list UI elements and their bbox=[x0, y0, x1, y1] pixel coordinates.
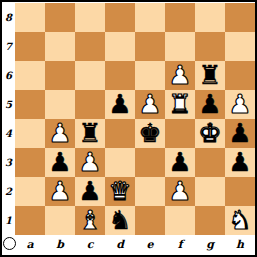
square-d3[interactable] bbox=[105, 148, 135, 177]
square-f8[interactable] bbox=[165, 3, 195, 32]
piece-white-pawn[interactable]: ♟ bbox=[78, 148, 101, 177]
square-b2[interactable]: ♟ bbox=[45, 177, 75, 206]
square-g5[interactable]: ♟ bbox=[195, 90, 225, 119]
piece-white-queen[interactable]: ♛ bbox=[108, 177, 131, 206]
square-b5[interactable] bbox=[45, 90, 75, 119]
piece-white-rook[interactable]: ♜ bbox=[168, 90, 191, 119]
square-d4[interactable] bbox=[105, 119, 135, 148]
piece-white-pawn[interactable]: ♟ bbox=[138, 90, 161, 119]
rank-label-8: 8 bbox=[2, 3, 15, 32]
square-e7[interactable] bbox=[135, 32, 165, 61]
square-g3[interactable] bbox=[195, 148, 225, 177]
piece-white-bishop[interactable]: ♝ bbox=[78, 206, 101, 235]
piece-black-king[interactable]: ♚ bbox=[138, 119, 161, 148]
square-g4[interactable]: ♚ bbox=[195, 119, 225, 148]
rank-label-6: 6 bbox=[2, 61, 15, 90]
square-c6[interactable] bbox=[75, 61, 105, 90]
piece-white-pawn[interactable]: ♟ bbox=[168, 61, 191, 90]
square-h4[interactable]: ♟ bbox=[225, 119, 255, 148]
file-label-f: f bbox=[165, 236, 195, 253]
piece-black-pawn[interactable]: ♟ bbox=[48, 148, 71, 177]
piece-black-pawn[interactable]: ♟ bbox=[198, 90, 221, 119]
square-h6[interactable] bbox=[225, 61, 255, 90]
square-g1[interactable] bbox=[195, 206, 225, 235]
file-label-e: e bbox=[135, 236, 165, 253]
piece-white-pawn[interactable]: ♟ bbox=[48, 177, 71, 206]
square-f3[interactable]: ♟ bbox=[165, 148, 195, 177]
square-e5[interactable]: ♟ bbox=[135, 90, 165, 119]
square-h8[interactable] bbox=[225, 3, 255, 32]
square-d5[interactable]: ♟ bbox=[105, 90, 135, 119]
square-b6[interactable] bbox=[45, 61, 75, 90]
piece-white-pawn[interactable]: ♟ bbox=[228, 90, 251, 119]
chess-diagram: 87654321 ♟♜♟♟♜♟♟♟♜♚♚♟♟♟♟♟♟♟♛♟♝♞♞ abcdefg… bbox=[0, 0, 257, 257]
square-h3[interactable]: ♟ bbox=[225, 148, 255, 177]
piece-black-rook[interactable]: ♜ bbox=[198, 61, 221, 90]
side-to-move-indicator bbox=[3, 237, 16, 250]
square-f4[interactable] bbox=[165, 119, 195, 148]
piece-white-knight[interactable]: ♞ bbox=[228, 206, 251, 235]
square-a4[interactable] bbox=[15, 119, 45, 148]
square-g2[interactable] bbox=[195, 177, 225, 206]
square-c7[interactable] bbox=[75, 32, 105, 61]
rank-label-1: 1 bbox=[2, 206, 15, 235]
square-c5[interactable] bbox=[75, 90, 105, 119]
square-c3[interactable]: ♟ bbox=[75, 148, 105, 177]
square-f5[interactable]: ♜ bbox=[165, 90, 195, 119]
square-f1[interactable] bbox=[165, 206, 195, 235]
square-h1[interactable]: ♞ bbox=[225, 206, 255, 235]
square-d8[interactable] bbox=[105, 3, 135, 32]
file-label-c: c bbox=[75, 236, 105, 253]
square-c8[interactable] bbox=[75, 3, 105, 32]
square-e8[interactable] bbox=[135, 3, 165, 32]
piece-black-pawn[interactable]: ♟ bbox=[78, 177, 101, 206]
square-g8[interactable] bbox=[195, 3, 225, 32]
square-a1[interactable] bbox=[15, 206, 45, 235]
square-c1[interactable]: ♝ bbox=[75, 206, 105, 235]
rank-labels: 87654321 bbox=[2, 3, 15, 235]
square-d1[interactable]: ♞ bbox=[105, 206, 135, 235]
piece-black-knight[interactable]: ♞ bbox=[108, 206, 131, 235]
file-label-a: a bbox=[15, 236, 45, 253]
square-f2[interactable]: ♟ bbox=[165, 177, 195, 206]
square-b3[interactable]: ♟ bbox=[45, 148, 75, 177]
square-h2[interactable] bbox=[225, 177, 255, 206]
file-label-b: b bbox=[45, 236, 75, 253]
square-a3[interactable] bbox=[15, 148, 45, 177]
file-label-d: d bbox=[105, 236, 135, 253]
piece-black-rook[interactable]: ♜ bbox=[78, 119, 101, 148]
square-g7[interactable] bbox=[195, 32, 225, 61]
square-a8[interactable] bbox=[15, 3, 45, 32]
square-e2[interactable] bbox=[135, 177, 165, 206]
piece-black-pawn[interactable]: ♟ bbox=[228, 119, 251, 148]
square-d6[interactable] bbox=[105, 61, 135, 90]
square-c4[interactable]: ♜ bbox=[75, 119, 105, 148]
piece-white-pawn[interactable]: ♟ bbox=[48, 119, 71, 148]
square-f7[interactable] bbox=[165, 32, 195, 61]
square-h7[interactable] bbox=[225, 32, 255, 61]
square-e3[interactable] bbox=[135, 148, 165, 177]
file-label-h: h bbox=[225, 236, 255, 253]
square-a2[interactable] bbox=[15, 177, 45, 206]
square-e6[interactable] bbox=[135, 61, 165, 90]
piece-black-pawn[interactable]: ♟ bbox=[108, 90, 131, 119]
square-b4[interactable]: ♟ bbox=[45, 119, 75, 148]
square-e1[interactable] bbox=[135, 206, 165, 235]
square-d2[interactable]: ♛ bbox=[105, 177, 135, 206]
piece-white-king[interactable]: ♚ bbox=[198, 119, 221, 148]
square-g6[interactable]: ♜ bbox=[195, 61, 225, 90]
square-b8[interactable] bbox=[45, 3, 75, 32]
square-f6[interactable]: ♟ bbox=[165, 61, 195, 90]
square-b1[interactable] bbox=[45, 206, 75, 235]
rank-label-4: 4 bbox=[2, 119, 15, 148]
square-c2[interactable]: ♟ bbox=[75, 177, 105, 206]
square-a6[interactable] bbox=[15, 61, 45, 90]
square-d7[interactable] bbox=[105, 32, 135, 61]
rank-label-3: 3 bbox=[2, 148, 15, 177]
rank-label-7: 7 bbox=[2, 32, 15, 61]
piece-black-pawn[interactable]: ♟ bbox=[228, 148, 251, 177]
file-label-g: g bbox=[195, 236, 225, 253]
square-e4[interactable]: ♚ bbox=[135, 119, 165, 148]
piece-black-pawn[interactable]: ♟ bbox=[168, 148, 191, 177]
rank-label-5: 5 bbox=[2, 90, 15, 119]
square-a5[interactable] bbox=[15, 90, 45, 119]
square-a7[interactable] bbox=[15, 32, 45, 61]
piece-white-pawn[interactable]: ♟ bbox=[168, 177, 191, 206]
square-b7[interactable] bbox=[45, 32, 75, 61]
chess-board[interactable]: ♟♜♟♟♜♟♟♟♜♚♚♟♟♟♟♟♟♟♛♟♝♞♞ bbox=[15, 3, 255, 235]
rank-label-2: 2 bbox=[2, 177, 15, 206]
square-h5[interactable]: ♟ bbox=[225, 90, 255, 119]
file-labels: abcdefgh bbox=[15, 236, 255, 253]
